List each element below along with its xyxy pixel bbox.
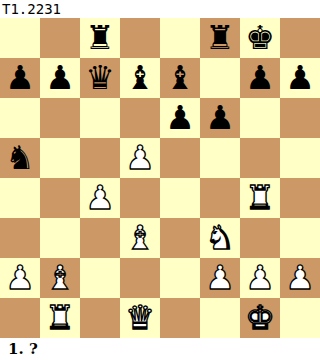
square-b3[interactable] xyxy=(40,218,80,258)
piece-black-king: ♚ xyxy=(245,18,275,58)
square-c4[interactable]: ♟ xyxy=(80,178,120,218)
square-g6[interactable] xyxy=(240,98,280,138)
square-e8[interactable] xyxy=(160,18,200,58)
square-e1[interactable] xyxy=(160,298,200,338)
square-b8[interactable] xyxy=(40,18,80,58)
square-c2[interactable] xyxy=(80,258,120,298)
piece-white-knight: ♞ xyxy=(205,218,235,258)
chess-puzzle-window: T1.2231 ♜♜♚♟♟♛♝♝♟♟♟♟♞♟♟♜♝♞♟♝♟♟♟♜♛♚ 1. ? xyxy=(0,0,320,360)
square-f6[interactable]: ♟ xyxy=(200,98,240,138)
square-c6[interactable] xyxy=(80,98,120,138)
piece-white-king: ♚ xyxy=(245,298,275,338)
square-f7[interactable] xyxy=(200,58,240,98)
square-f5[interactable] xyxy=(200,138,240,178)
square-a5[interactable]: ♞ xyxy=(0,138,40,178)
square-h4[interactable] xyxy=(280,178,320,218)
piece-white-bishop: ♝ xyxy=(45,258,75,298)
square-f8[interactable]: ♜ xyxy=(200,18,240,58)
square-a6[interactable] xyxy=(0,98,40,138)
square-b4[interactable] xyxy=(40,178,80,218)
piece-black-pawn: ♟ xyxy=(5,58,35,98)
square-b6[interactable] xyxy=(40,98,80,138)
square-e6[interactable]: ♟ xyxy=(160,98,200,138)
chess-board: ♜♜♚♟♟♛♝♝♟♟♟♟♞♟♟♜♝♞♟♝♟♟♟♜♛♚ xyxy=(0,18,320,338)
square-h1[interactable] xyxy=(280,298,320,338)
square-g5[interactable] xyxy=(240,138,280,178)
piece-white-pawn: ♟ xyxy=(205,258,235,298)
piece-black-pawn: ♟ xyxy=(45,58,75,98)
square-a2[interactable]: ♟ xyxy=(0,258,40,298)
square-e3[interactable] xyxy=(160,218,200,258)
piece-white-pawn: ♟ xyxy=(5,258,35,298)
square-h8[interactable] xyxy=(280,18,320,58)
piece-black-pawn: ♟ xyxy=(165,98,195,138)
square-b1[interactable]: ♜ xyxy=(40,298,80,338)
square-f3[interactable]: ♞ xyxy=(200,218,240,258)
square-e7[interactable]: ♝ xyxy=(160,58,200,98)
square-d8[interactable] xyxy=(120,18,160,58)
piece-black-knight: ♞ xyxy=(5,138,35,178)
square-a3[interactable] xyxy=(0,218,40,258)
square-g2[interactable]: ♟ xyxy=(240,258,280,298)
square-a4[interactable] xyxy=(0,178,40,218)
square-h3[interactable] xyxy=(280,218,320,258)
square-a8[interactable] xyxy=(0,18,40,58)
square-g4[interactable]: ♜ xyxy=(240,178,280,218)
square-d5[interactable]: ♟ xyxy=(120,138,160,178)
piece-black-bishop: ♝ xyxy=(165,58,195,98)
square-h6[interactable] xyxy=(280,98,320,138)
piece-white-bishop: ♝ xyxy=(125,218,155,258)
square-c5[interactable] xyxy=(80,138,120,178)
square-c7[interactable]: ♛ xyxy=(80,58,120,98)
square-c8[interactable]: ♜ xyxy=(80,18,120,58)
square-f1[interactable] xyxy=(200,298,240,338)
square-g1[interactable]: ♚ xyxy=(240,298,280,338)
square-g3[interactable] xyxy=(240,218,280,258)
square-h7[interactable]: ♟ xyxy=(280,58,320,98)
square-h5[interactable] xyxy=(280,138,320,178)
move-prompt: 1. ? xyxy=(0,338,320,360)
piece-black-queen: ♛ xyxy=(85,58,115,98)
piece-black-pawn: ♟ xyxy=(285,58,315,98)
puzzle-id: T1.2231 xyxy=(0,0,320,18)
piece-white-pawn: ♟ xyxy=(125,138,155,178)
square-h2[interactable]: ♟ xyxy=(280,258,320,298)
piece-white-rook: ♜ xyxy=(245,178,275,218)
square-e5[interactable] xyxy=(160,138,200,178)
piece-white-pawn: ♟ xyxy=(85,178,115,218)
square-e2[interactable] xyxy=(160,258,200,298)
piece-black-pawn: ♟ xyxy=(205,98,235,138)
square-d2[interactable] xyxy=(120,258,160,298)
square-g7[interactable]: ♟ xyxy=(240,58,280,98)
square-d7[interactable]: ♝ xyxy=(120,58,160,98)
square-e4[interactable] xyxy=(160,178,200,218)
square-a7[interactable]: ♟ xyxy=(0,58,40,98)
square-g8[interactable]: ♚ xyxy=(240,18,280,58)
piece-white-queen: ♛ xyxy=(125,298,155,338)
piece-black-rook: ♜ xyxy=(205,18,235,58)
square-d3[interactable]: ♝ xyxy=(120,218,160,258)
piece-black-pawn: ♟ xyxy=(245,58,275,98)
piece-white-rook: ♜ xyxy=(45,298,75,338)
piece-black-rook: ♜ xyxy=(85,18,115,58)
square-b5[interactable] xyxy=(40,138,80,178)
square-f2[interactable]: ♟ xyxy=(200,258,240,298)
piece-black-bishop: ♝ xyxy=(125,58,155,98)
square-b2[interactable]: ♝ xyxy=(40,258,80,298)
square-f4[interactable] xyxy=(200,178,240,218)
square-d1[interactable]: ♛ xyxy=(120,298,160,338)
piece-white-pawn: ♟ xyxy=(285,258,315,298)
square-c3[interactable] xyxy=(80,218,120,258)
square-b7[interactable]: ♟ xyxy=(40,58,80,98)
square-d4[interactable] xyxy=(120,178,160,218)
piece-white-pawn: ♟ xyxy=(245,258,275,298)
square-c1[interactable] xyxy=(80,298,120,338)
square-a1[interactable] xyxy=(0,298,40,338)
square-d6[interactable] xyxy=(120,98,160,138)
